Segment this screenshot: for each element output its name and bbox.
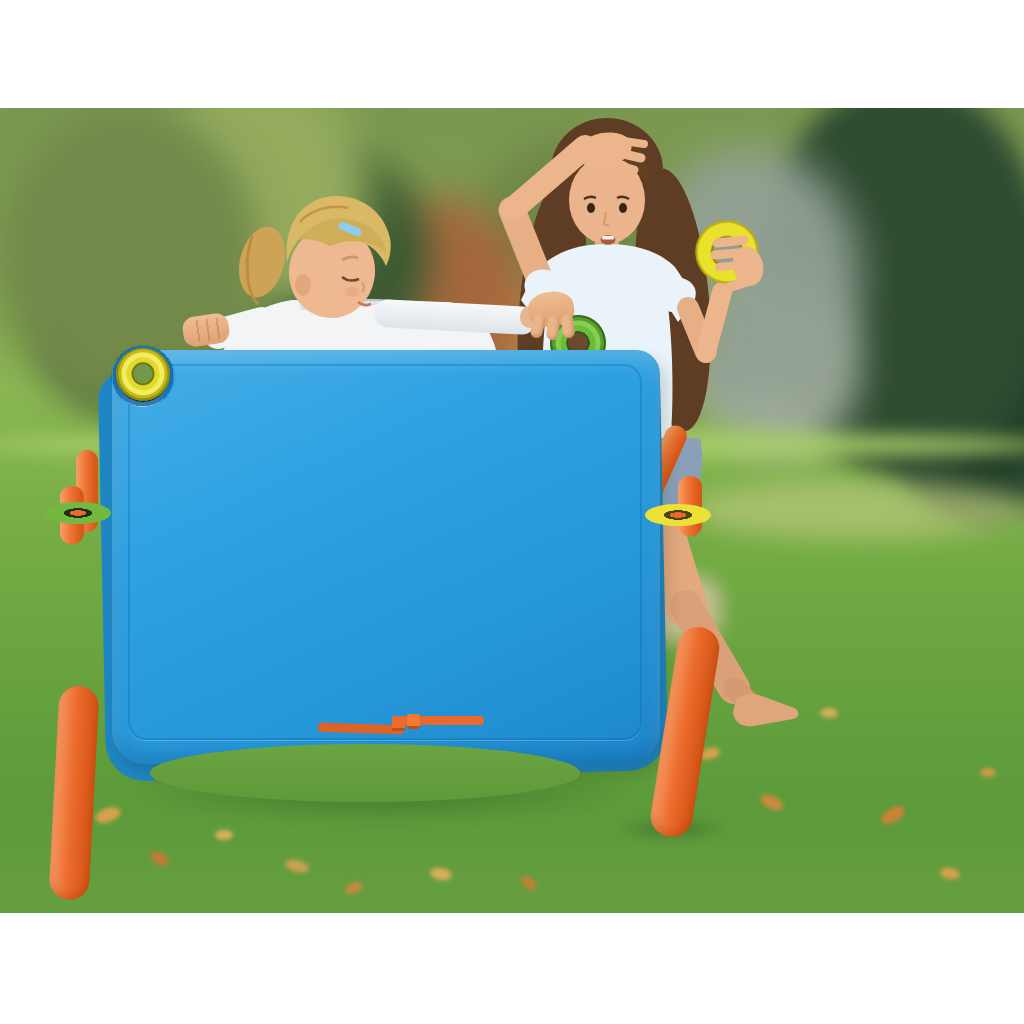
eye-right [619,203,627,213]
fallen-leaf [939,866,961,880]
ponytail [232,222,292,303]
teeth [602,236,614,240]
foot [733,694,798,726]
fallen-leaf [429,866,453,882]
fallen-leaf [148,849,171,869]
hole-c7-r6 [117,350,169,402]
board-bottom-arch [150,744,580,802]
connect-four-board [112,350,660,764]
fallen-leaf [344,880,365,897]
fallen-leaf [284,857,310,875]
ear [295,274,311,296]
fallen-leaf [878,802,908,827]
stack-top-face [45,502,111,524]
stack-top-face [645,504,711,526]
release-slider-handle-2 [407,714,420,729]
photo-frame [0,0,1024,1024]
cheek [345,287,359,297]
board-grid [143,376,581,716]
fallen-leaf [93,804,122,826]
fallen-leaf [519,873,539,892]
finger [546,315,560,340]
fallen-leaf [758,792,785,814]
yellow-ring [115,348,171,404]
left-girl-hand-on-ring [528,292,580,338]
finger [561,313,575,338]
eye-left [587,203,595,213]
fallen-leaf [980,768,996,777]
release-slider-handle [392,716,405,731]
fallen-leaf [215,830,233,840]
